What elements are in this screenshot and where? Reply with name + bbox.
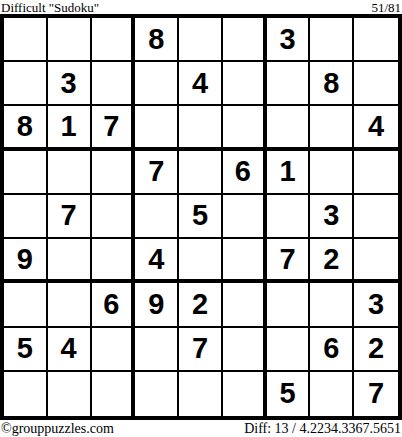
cell-r8c7[interactable]: [267, 328, 311, 372]
cell-r5c5-given[interactable]: 5: [179, 195, 223, 239]
cell-r2c7[interactable]: [267, 62, 311, 106]
cell-r8c3[interactable]: [92, 328, 136, 372]
cell-r7c8[interactable]: [310, 283, 354, 327]
cell-r3c9-given[interactable]: 4: [354, 106, 398, 150]
cell-r9c8[interactable]: [310, 372, 354, 416]
cell-r6c9[interactable]: [354, 239, 398, 283]
cell-r7c3-given[interactable]: 6: [92, 283, 136, 327]
cell-r6c1-given[interactable]: 9: [4, 239, 48, 283]
cell-r4c1[interactable]: [4, 151, 48, 195]
cell-r1c2[interactable]: [48, 18, 92, 62]
cell-r4c9[interactable]: [354, 151, 398, 195]
cell-r9c6[interactable]: [223, 372, 267, 416]
cell-r3c7[interactable]: [267, 106, 311, 150]
cell-r6c5[interactable]: [179, 239, 223, 283]
cell-r5c4[interactable]: [135, 195, 179, 239]
cell-r1c4-given[interactable]: 8: [135, 18, 179, 62]
cell-r3c1-given[interactable]: 8: [4, 106, 48, 150]
cell-r5c6[interactable]: [223, 195, 267, 239]
cell-r4c3[interactable]: [92, 151, 136, 195]
cell-r2c9[interactable]: [354, 62, 398, 106]
cell-r5c8-given[interactable]: 3: [310, 195, 354, 239]
cell-r9c7-given[interactable]: 5: [267, 372, 311, 416]
cell-r5c2-given[interactable]: 7: [48, 195, 92, 239]
cell-r2c4[interactable]: [135, 62, 179, 106]
cell-r8c6[interactable]: [223, 328, 267, 372]
cell-r9c1[interactable]: [4, 372, 48, 416]
cell-r8c5-given[interactable]: 7: [179, 328, 223, 372]
cell-r8c9-given[interactable]: 2: [354, 328, 398, 372]
cell-r1c3[interactable]: [92, 18, 136, 62]
cell-r5c1[interactable]: [4, 195, 48, 239]
cell-r3c5[interactable]: [179, 106, 223, 150]
cell-r2c2-given[interactable]: 3: [48, 62, 92, 106]
cell-r4c7-given[interactable]: 1: [267, 151, 311, 195]
cell-r4c2[interactable]: [48, 151, 92, 195]
cell-r8c4[interactable]: [135, 328, 179, 372]
sudoku-puzzle-page: Difficult "Sudoku" 51/81 833488174761753…: [0, 0, 402, 437]
cell-r7c7[interactable]: [267, 283, 311, 327]
cell-r1c5[interactable]: [179, 18, 223, 62]
cell-r4c8[interactable]: [310, 151, 354, 195]
cell-r6c8-given[interactable]: 2: [310, 239, 354, 283]
cell-r2c1[interactable]: [4, 62, 48, 106]
cell-r1c6[interactable]: [223, 18, 267, 62]
cell-r3c4[interactable]: [135, 106, 179, 150]
cell-r1c9[interactable]: [354, 18, 398, 62]
cell-r7c2[interactable]: [48, 283, 92, 327]
header-bar: Difficult "Sudoku" 51/81: [0, 0, 402, 14]
cell-r7c5-given[interactable]: 2: [179, 283, 223, 327]
empty-cell-counter: 51/81: [371, 1, 401, 14]
cell-r8c8-given[interactable]: 6: [310, 328, 354, 372]
cell-r5c3[interactable]: [92, 195, 136, 239]
cell-r9c4[interactable]: [135, 372, 179, 416]
cell-r8c2-given[interactable]: 4: [48, 328, 92, 372]
cell-r2c5-given[interactable]: 4: [179, 62, 223, 106]
cell-r9c9-given[interactable]: 7: [354, 372, 398, 416]
cell-r9c5[interactable]: [179, 372, 223, 416]
footer-bar: ©grouppuzzles.com Diff: 13 / 4.2234.3367…: [0, 420, 402, 437]
cell-r7c1[interactable]: [4, 283, 48, 327]
difficulty-text: Diff: 13 / 4.2234.3367.5651: [244, 421, 401, 437]
sudoku-board: 833488174761753947269235476257: [0, 14, 402, 420]
cell-r5c7[interactable]: [267, 195, 311, 239]
cell-r4c5[interactable]: [179, 151, 223, 195]
puzzle-title: Difficult "Sudoku": [1, 1, 99, 14]
cell-r3c3-given[interactable]: 7: [92, 106, 136, 150]
cell-r6c6[interactable]: [223, 239, 267, 283]
cell-r2c8-given[interactable]: 8: [310, 62, 354, 106]
cell-r4c4-given[interactable]: 7: [135, 151, 179, 195]
cell-r9c3[interactable]: [92, 372, 136, 416]
cell-r6c3[interactable]: [92, 239, 136, 283]
copyright-text: ©grouppuzzles.com: [1, 421, 114, 437]
cell-r3c8[interactable]: [310, 106, 354, 150]
cell-r2c3[interactable]: [92, 62, 136, 106]
cell-r4c6-given[interactable]: 6: [223, 151, 267, 195]
cell-r8c1-given[interactable]: 5: [4, 328, 48, 372]
cell-r1c8[interactable]: [310, 18, 354, 62]
cell-r7c4-given[interactable]: 9: [135, 283, 179, 327]
cell-r2c6[interactable]: [223, 62, 267, 106]
cell-r9c2[interactable]: [48, 372, 92, 416]
cell-r1c7-given[interactable]: 3: [267, 18, 311, 62]
cell-r6c7-given[interactable]: 7: [267, 239, 311, 283]
cell-r7c6[interactable]: [223, 283, 267, 327]
cell-r7c9-given[interactable]: 3: [354, 283, 398, 327]
cell-r6c2[interactable]: [48, 239, 92, 283]
cell-r3c6[interactable]: [223, 106, 267, 150]
cell-r5c9[interactable]: [354, 195, 398, 239]
cell-r6c4-given[interactable]: 4: [135, 239, 179, 283]
cell-r3c2-given[interactable]: 1: [48, 106, 92, 150]
cell-r1c1[interactable]: [4, 18, 48, 62]
